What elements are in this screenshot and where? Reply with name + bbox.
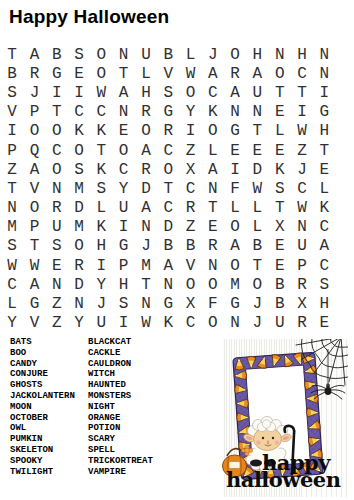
grid-cell: H <box>291 45 313 64</box>
grid-cell: P <box>291 256 313 275</box>
grid-cell: N <box>135 294 157 313</box>
grid-cell: Y <box>112 179 134 198</box>
grid-cell: K <box>90 160 112 179</box>
grid-cell: R <box>23 64 45 83</box>
grid-cell: A <box>135 199 157 218</box>
grid-cell: O <box>269 64 291 83</box>
grid-cell: D <box>135 179 157 198</box>
grid-cell: B <box>246 237 268 256</box>
grid-cell: T <box>46 103 68 122</box>
grid-cell: S <box>1 83 23 102</box>
grid-cell: L <box>135 64 157 83</box>
grid-cell: M <box>224 275 246 294</box>
grid-cell: C <box>46 141 68 160</box>
word-item: SPOOKY <box>10 456 75 467</box>
grid-cell: N <box>1 199 23 218</box>
grid-cell: H <box>246 45 268 64</box>
grid-cell: O <box>68 141 90 160</box>
grid-cell: N <box>224 314 246 333</box>
word-item: BOO <box>10 348 75 359</box>
grid-cell: Q <box>23 141 45 160</box>
grid-cell: O <box>23 199 45 218</box>
grid-cell: N <box>157 275 179 294</box>
grid-cell: C <box>112 160 134 179</box>
grid-cell: F <box>202 294 224 313</box>
grid-cell: S <box>68 160 90 179</box>
grid-cell: J <box>291 160 313 179</box>
grid-cell: O <box>23 122 45 141</box>
grid-cell: O <box>135 122 157 141</box>
grid-cell: P <box>1 141 23 160</box>
grid-cell: M <box>68 218 90 237</box>
grid-cell: C <box>1 275 23 294</box>
word-item: POTION <box>88 423 153 434</box>
grid-cell: D <box>157 218 179 237</box>
grid-cell: C <box>179 314 201 333</box>
wordsearch-grid: TABSONUBLJOHNHNBRGEOTLVWARAOCNSJIIWAHSOC… <box>1 45 335 333</box>
grid-cell: H <box>112 275 134 294</box>
grid-cell: A <box>23 275 45 294</box>
grid-cell: W <box>135 314 157 333</box>
grid-cell: R <box>291 314 313 333</box>
grid-cell: L <box>246 218 268 237</box>
grid-cell: E <box>269 141 291 160</box>
grid-cell: H <box>135 83 157 102</box>
grid-cell: N <box>112 103 134 122</box>
grid-cell: V <box>179 256 201 275</box>
grid-cell: N <box>313 45 335 64</box>
grid-cell: L <box>90 199 112 218</box>
grid-cell: R <box>157 122 179 141</box>
grid-cell: S <box>313 275 335 294</box>
grid-cell: L <box>269 122 291 141</box>
grid-cell: D <box>68 199 90 218</box>
grid-cell: W <box>179 64 201 83</box>
grid-cell: V <box>23 314 45 333</box>
grid-cell: O <box>202 275 224 294</box>
grid-cell: B <box>1 64 23 83</box>
grid-cell: T <box>90 141 112 160</box>
grid-cell: R <box>68 256 90 275</box>
grid-cell: I <box>224 160 246 179</box>
grid-cell: R <box>46 199 68 218</box>
grid-cell: J <box>135 237 157 256</box>
word-item: GHOSTS <box>10 380 75 391</box>
grid-cell: O <box>179 275 201 294</box>
grid-cell: A <box>202 160 224 179</box>
word-item: OCTOBER <box>10 413 75 424</box>
grid-cell: V <box>1 103 23 122</box>
grid-cell: A <box>224 83 246 102</box>
grid-cell: O <box>179 83 201 102</box>
grid-cell: S <box>68 45 90 64</box>
grid-cell: Z <box>291 141 313 160</box>
word-item: JACKOLANTERN <box>10 391 75 402</box>
grid-cell: E <box>269 103 291 122</box>
grid-cell: W <box>90 83 112 102</box>
grid-cell: A <box>23 45 45 64</box>
grid-cell: G <box>23 294 45 313</box>
grid-cell: N <box>313 64 335 83</box>
grid-cell: O <box>224 218 246 237</box>
grid-cell: B <box>269 294 291 313</box>
word-item: HAUNTED <box>88 380 153 391</box>
grid-cell: E <box>313 314 335 333</box>
grid-cell: I <box>179 122 201 141</box>
grid-cell: T <box>1 179 23 198</box>
grid-cell: J <box>90 294 112 313</box>
grid-cell: K <box>90 122 112 141</box>
grid-cell: G <box>224 294 246 313</box>
grid-cell: Y <box>90 275 112 294</box>
grid-cell: C <box>313 256 335 275</box>
grid-cell: I <box>68 83 90 102</box>
grid-cell: U <box>291 237 313 256</box>
word-item: BATS <box>10 337 75 348</box>
grid-cell: U <box>90 314 112 333</box>
grid-cell: T <box>291 83 313 102</box>
grid-cell: Y <box>179 103 201 122</box>
grid-cell: T <box>269 83 291 102</box>
word-item: ORANGE <box>88 413 153 424</box>
caption-halloween: halloween <box>226 467 341 492</box>
grid-cell: P <box>23 103 45 122</box>
grid-cell: K <box>313 199 335 218</box>
grid-cell: S <box>1 237 23 256</box>
grid-cell: S <box>90 179 112 198</box>
grid-cell: O <box>202 314 224 333</box>
grid-cell: T <box>246 256 268 275</box>
grid-cell: X <box>179 160 201 179</box>
grid-cell: K <box>68 122 90 141</box>
grid-cell: T <box>23 237 45 256</box>
grid-cell: O <box>112 141 134 160</box>
grid-cell: S <box>269 179 291 198</box>
page-title: Happy Halloween <box>9 6 169 28</box>
grid-cell: N <box>112 45 134 64</box>
grid-cell: C <box>157 141 179 160</box>
grid-cell: O <box>224 256 246 275</box>
grid-cell: W <box>23 256 45 275</box>
grid-cell: C <box>291 179 313 198</box>
grid-cell: L <box>179 45 201 64</box>
grid-cell: O <box>246 275 268 294</box>
word-item: MOON <box>10 402 75 413</box>
grid-cell: T <box>246 122 268 141</box>
grid-cell: B <box>46 45 68 64</box>
grid-cell: A <box>313 237 335 256</box>
grid-cell: O <box>46 160 68 179</box>
grid-cell: M <box>135 256 157 275</box>
grid-cell: N <box>46 179 68 198</box>
grid-cell: H <box>313 122 335 141</box>
grid-cell: W <box>291 122 313 141</box>
grid-cell: O <box>68 237 90 256</box>
grid-cell: V <box>23 179 45 198</box>
grid-cell: R <box>291 275 313 294</box>
grid-cell: E <box>269 237 291 256</box>
grid-cell: T <box>112 64 134 83</box>
grid-cell: K <box>157 314 179 333</box>
grid-cell: A <box>157 256 179 275</box>
grid-cell: B <box>179 237 201 256</box>
grid-cell: C <box>68 103 90 122</box>
word-item: CACKLE <box>88 348 153 359</box>
grid-cell: R <box>224 64 246 83</box>
grid-cell: Z <box>46 294 68 313</box>
grid-cell: Z <box>179 141 201 160</box>
grid-cell: E <box>246 141 268 160</box>
grid-cell: L <box>1 294 23 313</box>
grid-cell: V <box>157 64 179 83</box>
word-list-right: BLACKCATCACKLECAULDRONWITCHHAUNTEDMONSTE… <box>88 337 153 477</box>
grid-cell: O <box>46 122 68 141</box>
grid-cell: A <box>202 64 224 83</box>
grid-cell: I <box>291 103 313 122</box>
grid-cell: L <box>313 179 335 198</box>
grid-cell: O <box>90 45 112 64</box>
grid-cell: T <box>157 179 179 198</box>
grid-cell: P <box>112 256 134 275</box>
grid-cell: I <box>1 122 23 141</box>
word-item: TRICKORTREAT <box>88 456 153 467</box>
grid-cell: G <box>313 103 335 122</box>
grid-cell: U <box>112 199 134 218</box>
grid-cell: U <box>135 45 157 64</box>
grid-cell: T <box>135 275 157 294</box>
grid-cell: J <box>23 83 45 102</box>
grid-cell: C <box>313 218 335 237</box>
grid-cell: Y <box>1 314 23 333</box>
grid-cell: Z <box>46 314 68 333</box>
grid-cell: Z <box>1 160 23 179</box>
grid-cell: R <box>179 199 201 218</box>
word-item: TWILIGHT <box>10 467 75 478</box>
grid-cell: A <box>23 160 45 179</box>
grid-cell: N <box>202 256 224 275</box>
grid-cell: M <box>68 179 90 198</box>
grid-cell: W <box>1 256 23 275</box>
grid-cell: N <box>46 275 68 294</box>
grid-cell: P <box>23 218 45 237</box>
grid-cell: C <box>291 64 313 83</box>
grid-cell: N <box>246 103 268 122</box>
grid-cell: I <box>112 314 134 333</box>
grid-cell: K <box>90 218 112 237</box>
grid-cell: Z <box>179 218 201 237</box>
grid-cell: O <box>90 64 112 83</box>
grid-cell: T <box>1 45 23 64</box>
worksheet-page: Happy Halloween TABSONUBLJOHNHNBRGEOTLVW… <box>0 0 354 500</box>
word-item: CONJURE <box>10 369 75 380</box>
grid-cell: S <box>112 294 134 313</box>
word-item: OWL <box>10 423 75 434</box>
grid-cell: O <box>224 45 246 64</box>
grid-cell: R <box>135 160 157 179</box>
word-item: NIGHT <box>88 402 153 413</box>
grid-cell: E <box>112 122 134 141</box>
grid-cell: D <box>68 275 90 294</box>
grid-cell: C <box>157 199 179 218</box>
word-item: CAULDRON <box>88 359 153 370</box>
grid-cell: K <box>269 160 291 179</box>
grid-cell: K <box>202 103 224 122</box>
word-item: SPELL <box>88 445 153 456</box>
grid-cell: H <box>313 294 335 313</box>
grid-cell: G <box>112 237 134 256</box>
word-list-left: BATSBOOCANDYCONJUREGHOSTSJACKOLANTERNMOO… <box>10 337 75 477</box>
grid-cell: O <box>202 122 224 141</box>
word-item: SKELETON <box>10 445 75 456</box>
grid-cell: E <box>68 64 90 83</box>
grid-cell: D <box>246 160 268 179</box>
grid-cell: T <box>269 199 291 218</box>
grid-cell: B <box>269 275 291 294</box>
grid-cell: Y <box>68 314 90 333</box>
grid-cell: G <box>224 122 246 141</box>
grid-cell: G <box>157 294 179 313</box>
grid-cell: C <box>90 103 112 122</box>
grid-cell: E <box>269 256 291 275</box>
grid-cell: A <box>246 64 268 83</box>
grid-cell: B <box>157 237 179 256</box>
grid-cell: X <box>269 218 291 237</box>
grid-cell: S <box>157 83 179 102</box>
grid-cell: E <box>46 256 68 275</box>
word-item: WITCH <box>88 369 153 380</box>
grid-cell: N <box>291 218 313 237</box>
grid-cell: B <box>157 45 179 64</box>
grid-cell: G <box>157 103 179 122</box>
grid-cell: L <box>202 141 224 160</box>
grid-cell: M <box>1 218 23 237</box>
grid-cell: A <box>135 141 157 160</box>
grid-cell: O <box>157 160 179 179</box>
grid-cell: W <box>246 179 268 198</box>
grid-cell: R <box>202 237 224 256</box>
word-item: SCARY <box>88 434 153 445</box>
grid-cell: F <box>224 179 246 198</box>
grid-cell: X <box>291 294 313 313</box>
grid-cell: U <box>269 314 291 333</box>
grid-cell: L <box>246 199 268 218</box>
grid-cell: R <box>135 103 157 122</box>
grid-cell: N <box>224 103 246 122</box>
grid-cell: I <box>46 83 68 102</box>
grid-cell: H <box>90 237 112 256</box>
grid-cell: E <box>224 141 246 160</box>
word-item: BLACKCAT <box>88 337 153 348</box>
grid-cell: J <box>246 314 268 333</box>
halloween-clipart: happy halloween <box>222 339 348 497</box>
grid-cell: U <box>46 218 68 237</box>
word-item: PUMKIN <box>10 434 75 445</box>
grid-cell: T <box>313 141 335 160</box>
grid-cell: C <box>202 83 224 102</box>
grid-cell: C <box>179 179 201 198</box>
grid-cell: J <box>246 294 268 313</box>
grid-cell: X <box>179 294 201 313</box>
grid-cell: G <box>46 64 68 83</box>
grid-cell: I <box>313 83 335 102</box>
word-item: MONSTERS <box>88 391 153 402</box>
grid-cell: J <box>202 45 224 64</box>
grid-cell: E <box>202 218 224 237</box>
word-item: VAMPIRE <box>88 467 153 478</box>
grid-cell: W <box>291 199 313 218</box>
grid-cell: N <box>202 179 224 198</box>
grid-cell: N <box>68 294 90 313</box>
grid-cell: N <box>135 218 157 237</box>
grid-cell: I <box>112 218 134 237</box>
grid-cell: N <box>269 45 291 64</box>
grid-cell: A <box>224 237 246 256</box>
grid-cell: L <box>224 199 246 218</box>
grid-cell: S <box>46 237 68 256</box>
grid-cell: E <box>313 160 335 179</box>
grid-cell: T <box>202 199 224 218</box>
grid-cell: I <box>90 256 112 275</box>
grid-cell: A <box>112 83 134 102</box>
word-item: CANDY <box>10 359 75 370</box>
grid-cell: U <box>246 83 268 102</box>
